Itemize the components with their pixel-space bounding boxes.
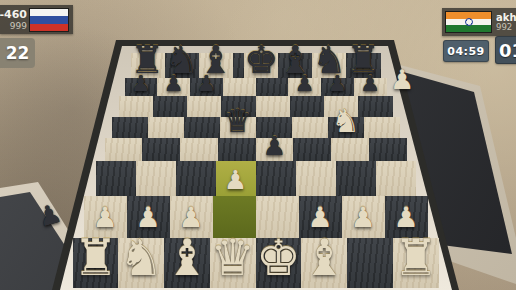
square-a5[interactable]	[112, 117, 148, 138]
captured-white-pawn-icon: ♟	[390, 68, 414, 93]
rank-row-1: ♜♞♝♛♚♝♜	[73, 238, 439, 288]
square-a7[interactable]: ♟	[125, 78, 158, 96]
square-f6[interactable]	[290, 96, 324, 117]
square-g4[interactable]	[331, 138, 369, 161]
rank-row-5: ♛♞	[112, 117, 400, 138]
square-g2[interactable]: ♟	[342, 196, 385, 238]
left-player-name: -460	[0, 9, 27, 21]
square-e8[interactable]: ♚	[244, 53, 278, 78]
piece-white-pawn[interactable]: ♟	[307, 205, 332, 231]
piece-white-pawn[interactable]: ♟	[393, 205, 418, 231]
piece-white-rook[interactable]: ♜	[393, 235, 438, 281]
piece-white-pawn[interactable]: ♟	[135, 205, 160, 231]
square-d3[interactable]: ♟	[216, 161, 256, 196]
piece-white-bishop[interactable]: ♝	[302, 235, 347, 281]
piece-black-pawn[interactable]: ♟	[131, 74, 151, 94]
piece-black-pawn[interactable]: ♟	[295, 74, 315, 94]
square-a3[interactable]	[96, 161, 136, 196]
piece-white-pawn[interactable]: ♟	[92, 205, 117, 231]
rank-row-7: ♟♟♟♟♟♟	[125, 78, 387, 96]
player-panel-right: akhila 992	[442, 8, 516, 36]
square-a4[interactable]	[105, 138, 143, 161]
piece-white-knight[interactable]: ♞	[119, 235, 164, 281]
square-g3[interactable]	[336, 161, 376, 196]
rank-row-4: ♟	[105, 138, 407, 161]
right-player-rating: 992	[496, 23, 516, 32]
square-f1[interactable]: ♝	[301, 238, 347, 288]
square-h5[interactable]	[364, 117, 400, 138]
piece-white-pawn[interactable]: ♟	[224, 169, 247, 193]
piece-white-bishop[interactable]: ♝	[164, 235, 209, 281]
piece-white-knight[interactable]: ♞	[331, 107, 360, 136]
piece-white-pawn[interactable]: ♟	[178, 205, 203, 231]
timer-black-active: 01:	[495, 36, 516, 64]
square-b4[interactable]	[142, 138, 180, 161]
square-c6[interactable]	[187, 96, 221, 117]
square-f3[interactable]	[296, 161, 336, 196]
piece-black-pawn[interactable]: ♟	[164, 74, 184, 94]
square-g5[interactable]: ♞	[328, 117, 364, 138]
score-badge: 22	[0, 38, 35, 68]
square-h4[interactable]	[369, 138, 407, 161]
square-h3[interactable]	[376, 161, 416, 196]
russia-flag-icon	[29, 8, 69, 32]
square-c1[interactable]: ♝	[164, 238, 210, 288]
rank-row-3: ♟	[96, 161, 416, 196]
india-flag-icon	[445, 11, 492, 33]
piece-black-pawn[interactable]: ♟	[328, 74, 348, 94]
square-d8[interactable]	[233, 53, 244, 78]
square-c4[interactable]	[180, 138, 218, 161]
piece-white-pawn[interactable]: ♟	[350, 205, 375, 231]
square-h6[interactable]	[358, 96, 392, 117]
player-panel-left: -460 999	[0, 5, 73, 34]
square-f5[interactable]	[292, 117, 328, 138]
square-d7[interactable]	[223, 78, 256, 96]
square-g1[interactable]	[347, 238, 393, 288]
piece-black-pawn[interactable]: ♟	[263, 135, 286, 159]
square-d4[interactable]	[218, 138, 256, 161]
square-d5[interactable]: ♛	[220, 117, 256, 138]
square-b7[interactable]: ♟	[157, 78, 190, 96]
piece-black-queen[interactable]: ♛	[223, 107, 252, 136]
square-e6[interactable]	[256, 96, 290, 117]
square-a1[interactable]: ♜	[73, 238, 119, 288]
square-e7[interactable]	[256, 78, 289, 96]
square-d1[interactable]: ♛	[210, 238, 256, 288]
square-c5[interactable]	[184, 117, 220, 138]
ashoka-chakra-icon	[465, 18, 473, 26]
square-f4[interactable]	[293, 138, 331, 161]
square-b5[interactable]	[148, 117, 184, 138]
square-b3[interactable]	[136, 161, 176, 196]
square-c7[interactable]: ♟	[190, 78, 223, 96]
left-player-rating: 999	[10, 21, 27, 31]
square-e4[interactable]: ♟	[256, 138, 294, 161]
piece-black-pawn[interactable]: ♟	[360, 74, 380, 94]
square-a6[interactable]	[119, 96, 153, 117]
square-e3[interactable]	[256, 161, 296, 196]
piece-white-queen[interactable]: ♛	[210, 235, 255, 281]
square-f7[interactable]: ♟	[288, 78, 321, 96]
square-b1[interactable]: ♞	[118, 238, 164, 288]
square-e1[interactable]: ♚	[256, 238, 302, 288]
piece-white-king[interactable]: ♚	[256, 235, 301, 281]
piece-black-pawn[interactable]: ♟	[197, 74, 217, 94]
piece-white-rook[interactable]: ♜	[73, 235, 118, 281]
timer-white: 04:59	[443, 40, 489, 62]
square-c3[interactable]	[176, 161, 216, 196]
square-h1[interactable]: ♜	[393, 238, 439, 288]
square-b6[interactable]	[153, 96, 187, 117]
square-h7[interactable]: ♟	[354, 78, 387, 96]
captured-black-pawn-icon: ♟	[35, 201, 64, 230]
chess-app-screen: ♜♞♝♚♝♞♜♟♟♟♟♟♟♛♞♟♟♟♟♟♟♟♟♜♞♝♛♚♝♜ ♟ ♟ -460 …	[0, 0, 516, 290]
piece-black-king[interactable]: ♚	[244, 43, 278, 78]
square-g7[interactable]: ♟	[321, 78, 354, 96]
